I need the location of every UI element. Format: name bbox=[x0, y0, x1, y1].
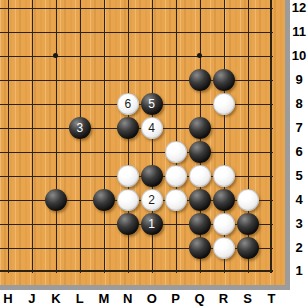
coord-label-bottom-J: J bbox=[23, 291, 41, 306]
grid-line-row-12 bbox=[0, 8, 273, 9]
coord-label-bottom-K: K bbox=[47, 291, 65, 306]
grid-line-col-K bbox=[56, 0, 57, 273]
move-number-label: 5 bbox=[148, 98, 155, 110]
grid-line-row-1 bbox=[0, 270, 273, 272]
grid-line-row-10 bbox=[0, 56, 273, 57]
grid-line-col-T bbox=[270, 0, 272, 273]
coord-label-right-8: 8 bbox=[290, 96, 308, 112]
stone-black-Q7[interactable] bbox=[189, 117, 211, 139]
stone-white-P5[interactable] bbox=[165, 165, 187, 187]
grid-line-col-P bbox=[176, 0, 177, 273]
grid-line-col-J bbox=[32, 0, 33, 273]
stone-white-R3[interactable] bbox=[213, 213, 235, 235]
coord-label-right-1: 1 bbox=[290, 263, 308, 279]
coord-label-bottom-N: N bbox=[119, 291, 137, 306]
move-number-label: 4 bbox=[148, 122, 155, 134]
coord-label-right-10: 10 bbox=[290, 48, 308, 64]
stone-black-N3[interactable] bbox=[117, 213, 139, 235]
coord-label-right-7: 7 bbox=[290, 120, 308, 136]
coord-label-bottom-H: H bbox=[0, 291, 17, 306]
stone-black-Q4[interactable] bbox=[189, 189, 211, 211]
stone-black-N7[interactable] bbox=[117, 117, 139, 139]
stone-white-P6[interactable] bbox=[165, 141, 187, 163]
star-point-K10 bbox=[53, 53, 58, 58]
stone-black-O8[interactable]: 5 bbox=[141, 93, 163, 115]
stone-black-K4[interactable] bbox=[45, 189, 67, 211]
coord-label-bottom-S: S bbox=[239, 291, 257, 306]
stone-black-Q2[interactable] bbox=[189, 237, 211, 259]
stone-white-R5[interactable] bbox=[213, 165, 235, 187]
coord-label-right-2: 2 bbox=[290, 240, 308, 256]
goban[interactable]: 315624 bbox=[0, 0, 285, 285]
coord-label-right-4: 4 bbox=[290, 192, 308, 208]
coord-label-right-3: 3 bbox=[290, 216, 308, 232]
stone-black-S2[interactable] bbox=[237, 237, 259, 259]
move-number-label: 3 bbox=[77, 122, 84, 134]
coord-label-right-6: 6 bbox=[290, 144, 308, 160]
coord-label-right-11: 11 bbox=[290, 24, 308, 40]
stone-white-O4[interactable]: 2 bbox=[141, 189, 163, 211]
grid-line-row-11 bbox=[0, 32, 273, 33]
move-number-label: 6 bbox=[124, 98, 131, 110]
coord-label-bottom-Q: Q bbox=[191, 291, 209, 306]
coord-label-bottom-O: O bbox=[143, 291, 161, 306]
board-edge-shadow-bottom bbox=[0, 285, 290, 290]
stone-black-L7[interactable]: 3 bbox=[69, 117, 91, 139]
coord-label-right-12: 12 bbox=[290, 0, 308, 16]
stone-white-N4[interactable] bbox=[117, 189, 139, 211]
coord-label-bottom-M: M bbox=[95, 291, 113, 306]
coord-label-right-5: 5 bbox=[290, 168, 308, 184]
stone-white-R8[interactable] bbox=[213, 93, 235, 115]
stone-white-Q5[interactable] bbox=[189, 165, 211, 187]
stone-black-S3[interactable] bbox=[237, 213, 259, 235]
stone-black-O5[interactable] bbox=[141, 165, 163, 187]
go-board-diagram: 315624 HJKLMNOPQRST121110987654321 bbox=[0, 0, 308, 308]
coord-label-bottom-P: P bbox=[167, 291, 185, 306]
stone-white-S4[interactable] bbox=[237, 189, 259, 211]
stone-black-R4[interactable] bbox=[213, 189, 235, 211]
stone-black-Q3[interactable] bbox=[189, 213, 211, 235]
stone-white-R2[interactable] bbox=[213, 237, 235, 259]
stone-white-N5[interactable] bbox=[117, 165, 139, 187]
stone-black-Q9[interactable] bbox=[189, 69, 211, 91]
stone-black-O3[interactable]: 1 bbox=[141, 213, 163, 235]
stone-white-P4[interactable] bbox=[165, 189, 187, 211]
coord-label-bottom-L: L bbox=[71, 291, 89, 306]
star-point-Q10 bbox=[197, 53, 202, 58]
coord-label-bottom-T: T bbox=[262, 291, 280, 306]
grid-line-col-M bbox=[104, 0, 105, 273]
stone-white-N8[interactable]: 6 bbox=[117, 93, 139, 115]
stone-white-O7[interactable]: 4 bbox=[141, 117, 163, 139]
stone-black-R9[interactable] bbox=[213, 69, 235, 91]
move-number-label: 2 bbox=[148, 194, 155, 206]
move-number-label: 1 bbox=[148, 218, 155, 230]
stone-black-Q6[interactable] bbox=[189, 141, 211, 163]
coord-label-bottom-R: R bbox=[215, 291, 233, 306]
coord-label-right-9: 9 bbox=[290, 72, 308, 88]
grid-line-col-H bbox=[8, 0, 9, 273]
stone-black-M4[interactable] bbox=[93, 189, 115, 211]
grid-line-row-6 bbox=[0, 152, 273, 153]
